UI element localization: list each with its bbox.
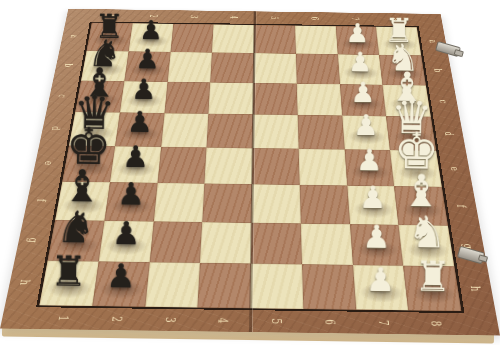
white-pawn[interactable]: ♟ <box>348 50 373 75</box>
product-photo-stage: 12345678 12345678 abcdefgh abcdefgh ♜♟♟♜… <box>0 0 500 345</box>
square-d5[interactable] <box>253 115 299 149</box>
board-grid: ♜♟♟♜♞♟♟♞♝♟♟♝♛♟♟♛♚♟♟♚♝♟♟♝♞♟♟♞♜♟♟♜ <box>36 22 464 314</box>
square-a6[interactable] <box>295 26 338 55</box>
square-d3[interactable] <box>161 113 209 147</box>
square-e4[interactable] <box>205 148 253 185</box>
white-rook[interactable]: ♜ <box>414 258 452 296</box>
square-h3[interactable] <box>145 262 200 307</box>
square-c5[interactable] <box>253 83 297 115</box>
square-e6[interactable] <box>298 149 346 186</box>
square-f5[interactable] <box>252 184 301 223</box>
square-b6[interactable] <box>296 54 340 84</box>
square-a3[interactable] <box>170 24 213 53</box>
chess-board-frame: 12345678 12345678 abcdefgh abcdefgh ♜♟♟♜… <box>0 9 500 336</box>
square-a5[interactable] <box>254 25 296 54</box>
black-pawn[interactable]: ♟ <box>135 47 160 72</box>
black-pawn[interactable]: ♟ <box>126 109 152 135</box>
black-pawn[interactable]: ♟ <box>117 180 145 208</box>
square-g3[interactable] <box>149 221 202 263</box>
square-h2[interactable]: ♟ <box>92 262 149 307</box>
square-b4[interactable] <box>210 53 253 83</box>
white-pawn[interactable]: ♟ <box>362 222 391 251</box>
black-pawn[interactable]: ♟ <box>139 18 163 42</box>
rank-label-top-4: 4 <box>222 7 247 28</box>
square-h5[interactable] <box>250 264 303 309</box>
square-f4[interactable] <box>202 184 252 223</box>
white-pawn[interactable]: ♟ <box>359 183 387 211</box>
square-b5[interactable] <box>253 53 296 83</box>
rank-label-bottom-6: 6 <box>314 304 348 341</box>
rank-label-top-3: 3 <box>181 6 207 27</box>
black-knight[interactable]: ♞ <box>56 207 96 247</box>
rank-label-top-6: 6 <box>302 8 327 29</box>
black-pawn[interactable]: ♟ <box>111 219 140 248</box>
square-e5[interactable] <box>252 148 299 185</box>
square-b3[interactable] <box>167 52 212 82</box>
square-c4[interactable] <box>209 82 254 114</box>
white-pawn[interactable]: ♟ <box>353 112 379 138</box>
white-pawn[interactable]: ♟ <box>366 265 396 295</box>
square-a4[interactable] <box>212 24 254 53</box>
black-pawn[interactable]: ♟ <box>122 143 149 170</box>
square-f3[interactable] <box>153 183 204 222</box>
square-d4[interactable] <box>207 114 253 148</box>
square-h7[interactable]: ♟ <box>353 265 409 310</box>
white-pawn[interactable]: ♟ <box>351 80 376 105</box>
square-e3[interactable] <box>157 147 206 184</box>
white-knight[interactable]: ♞ <box>407 212 447 252</box>
white-pawn[interactable]: ♟ <box>356 146 383 173</box>
black-rook[interactable]: ♜ <box>50 252 88 290</box>
square-h6[interactable] <box>302 265 356 310</box>
square-f6[interactable] <box>299 185 349 224</box>
board-perspective-wrapper: 12345678 12345678 abcdefgh abcdefgh ♜♟♟♜… <box>0 0 500 332</box>
square-h4[interactable] <box>198 263 251 308</box>
square-c3[interactable] <box>164 82 210 114</box>
rank-label-top-5: 5 <box>262 7 286 28</box>
square-g4[interactable] <box>200 222 251 264</box>
square-g6[interactable] <box>301 223 353 265</box>
white-pawn[interactable]: ♟ <box>346 21 370 45</box>
square-g5[interactable] <box>251 223 302 265</box>
square-d6[interactable] <box>297 115 344 149</box>
square-c6[interactable] <box>297 83 342 115</box>
black-pawn[interactable]: ♟ <box>106 261 136 291</box>
black-pawn[interactable]: ♟ <box>131 77 156 102</box>
